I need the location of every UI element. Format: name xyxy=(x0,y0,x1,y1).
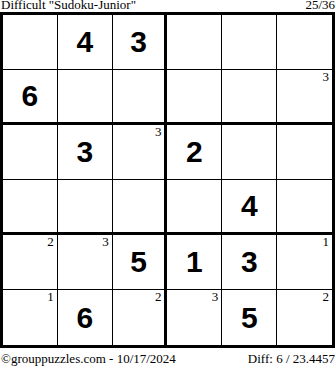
given-digit: 3 xyxy=(58,125,112,179)
sudoku-board: 43633324235131162352 xyxy=(0,12,335,348)
corner-mark: 2 xyxy=(322,290,329,304)
cell-r5c4[interactable]: 1 xyxy=(167,235,222,290)
given-digit: 4 xyxy=(222,180,276,232)
cell-r6c6[interactable]: 2 xyxy=(277,290,332,345)
cell-r3c6[interactable] xyxy=(277,125,332,180)
cell-r1c1[interactable] xyxy=(3,15,58,70)
cell-r1c5[interactable] xyxy=(222,15,277,70)
cell-r2c3[interactable] xyxy=(113,70,168,125)
cell-r6c2[interactable]: 6 xyxy=(58,290,113,345)
puzzle-title: Difficult "Sudoku-Junior" xyxy=(1,0,136,12)
cell-r5c6[interactable]: 1 xyxy=(277,235,332,290)
cell-r4c1[interactable] xyxy=(3,180,58,235)
cell-r6c3[interactable]: 2 xyxy=(113,290,168,345)
given-digit: 3 xyxy=(113,15,165,69)
cell-r5c5[interactable]: 3 xyxy=(222,235,277,290)
cell-r4c2[interactable] xyxy=(58,180,113,235)
cell-r2c5[interactable] xyxy=(222,70,277,125)
cell-r2c4[interactable] xyxy=(167,70,222,125)
cell-r3c3[interactable]: 3 xyxy=(113,125,168,180)
cell-r6c1[interactable]: 1 xyxy=(3,290,58,345)
given-digit: 1 xyxy=(167,235,221,289)
cell-r1c3[interactable]: 3 xyxy=(113,15,168,70)
corner-mark: 2 xyxy=(155,290,162,304)
given-digit: 5 xyxy=(113,235,165,289)
given-digit: 6 xyxy=(3,70,57,122)
cell-r3c5[interactable] xyxy=(222,125,277,180)
corner-mark: 3 xyxy=(102,235,109,249)
cell-r4c4[interactable] xyxy=(167,180,222,235)
corner-mark: 2 xyxy=(47,235,54,249)
cell-r3c4[interactable]: 2 xyxy=(167,125,222,180)
corner-mark: 1 xyxy=(47,290,54,304)
corner-mark: 1 xyxy=(322,235,329,249)
given-digit: 3 xyxy=(222,235,276,289)
copyright-date: ©grouppuzzles.com - 10/17/2024 xyxy=(1,351,176,366)
cell-r2c1[interactable]: 6 xyxy=(3,70,58,125)
corner-mark: 3 xyxy=(212,290,219,304)
cell-r5c1[interactable]: 2 xyxy=(3,235,58,290)
header: Difficult "Sudoku-Junior" 25/36 xyxy=(1,0,335,12)
cell-r2c2[interactable] xyxy=(58,70,113,125)
given-digit: 6 xyxy=(58,290,112,345)
footer: ©grouppuzzles.com - 10/17/2024 Diff: 6 /… xyxy=(1,351,335,366)
corner-mark: 3 xyxy=(322,70,329,84)
cell-r6c4[interactable]: 3 xyxy=(167,290,222,345)
cell-r3c2[interactable]: 3 xyxy=(58,125,113,180)
cell-r2c6[interactable]: 3 xyxy=(277,70,332,125)
cell-r1c4[interactable] xyxy=(167,15,222,70)
cell-r1c2[interactable]: 4 xyxy=(58,15,113,70)
cell-r4c5[interactable]: 4 xyxy=(222,180,277,235)
cell-r3c1[interactable] xyxy=(3,125,58,180)
cell-r5c3[interactable]: 5 xyxy=(113,235,168,290)
given-digit: 5 xyxy=(222,290,276,345)
cell-r4c3[interactable] xyxy=(113,180,168,235)
puzzle-counter: 25/36 xyxy=(305,0,335,12)
cell-r1c6[interactable] xyxy=(277,15,332,70)
difficulty-rating: Diff: 6 / 23.4457 xyxy=(248,351,335,366)
cell-r6c5[interactable]: 5 xyxy=(222,290,277,345)
cell-r5c2[interactable]: 3 xyxy=(58,235,113,290)
corner-mark: 3 xyxy=(155,125,162,139)
given-digit: 2 xyxy=(167,125,221,179)
given-digit: 4 xyxy=(58,15,112,69)
cell-r4c6[interactable] xyxy=(277,180,332,235)
